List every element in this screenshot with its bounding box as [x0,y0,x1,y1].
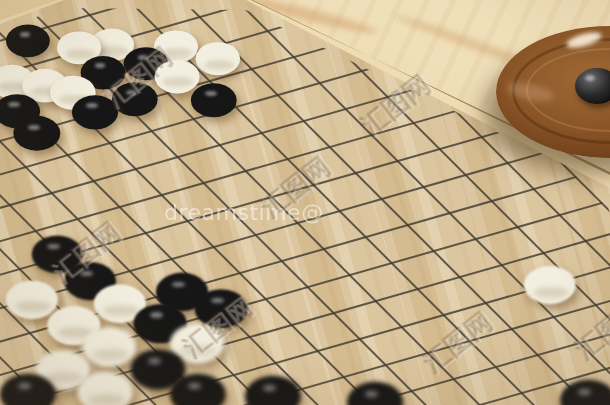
stone-specular [585,75,595,81]
black-stone: ● [562,380,610,405]
black-stone-glyph: ● [10,108,64,154]
stone-shading [86,103,97,108]
black-stone: ● [7,25,48,55]
stone-shading [534,287,568,298]
white-stone: ● [79,372,131,405]
black-stone: ● [349,382,401,405]
black-stone: ● [172,374,224,405]
black-stone: ● [2,374,54,405]
black-stone: ● [247,376,299,405]
stone-shading [205,91,216,96]
stone-shading [28,125,39,130]
white-stone: ● [197,43,239,74]
black-stone-glyph: ● [343,371,407,405]
black-stone-glyph: ● [188,74,240,119]
go-board-photo: ●●●●●●●●●●●●●●●●●●●●●●●●●●●●●●●●●●● drea… [0,0,610,405]
black-stone: ● [15,117,59,150]
white-stone: ● [526,266,575,302]
white-stone-glyph: ● [520,256,579,306]
black-stone: ● [193,83,236,115]
black-stone-glyph: ● [556,369,610,405]
stone-shading [205,60,234,69]
stone-shading [88,394,124,405]
